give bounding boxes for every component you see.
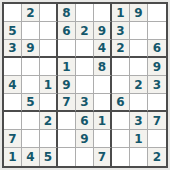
sudoku-cell-empty[interactable] xyxy=(112,112,130,130)
sudoku-cell-given: 8 xyxy=(58,4,76,22)
sudoku-cell-given: 1 xyxy=(40,76,58,94)
sudoku-cell-given: 7 xyxy=(4,130,22,148)
sudoku-cell-given: 6 xyxy=(76,112,94,130)
sudoku-cell-empty[interactable] xyxy=(22,76,40,94)
sudoku-cell-empty[interactable] xyxy=(4,94,22,112)
sudoku-cell-given: 3 xyxy=(76,94,94,112)
sudoku-cell-empty[interactable] xyxy=(22,112,40,130)
sudoku-cell-given: 2 xyxy=(40,112,58,130)
sudoku-cell-empty[interactable] xyxy=(94,4,112,22)
sudoku-cell-empty[interactable] xyxy=(130,58,148,76)
sudoku-cell-given: 3 xyxy=(4,40,22,58)
sudoku-cell-empty[interactable] xyxy=(76,58,94,76)
sudoku-cell-empty[interactable] xyxy=(22,58,40,76)
sudoku-cell-empty[interactable] xyxy=(130,22,148,40)
sudoku-cell-empty[interactable] xyxy=(112,76,130,94)
sudoku-cell-empty[interactable] xyxy=(58,40,76,58)
sudoku-board: 281956293394261894192357362613779114572 xyxy=(2,2,168,168)
sudoku-cell-empty[interactable] xyxy=(40,40,58,58)
sudoku-cell-given: 9 xyxy=(76,130,94,148)
sudoku-cell-given: 2 xyxy=(22,4,40,22)
sudoku-cell-given: 5 xyxy=(22,94,40,112)
sudoku-cell-empty[interactable] xyxy=(148,94,166,112)
sudoku-cell-empty[interactable] xyxy=(148,130,166,148)
sudoku-cell-given: 5 xyxy=(4,22,22,40)
sudoku-cell-empty[interactable] xyxy=(76,148,94,166)
sudoku-cell-empty[interactable] xyxy=(94,130,112,148)
sudoku-cell-given: 1 xyxy=(130,130,148,148)
sudoku-cell-given: 5 xyxy=(40,148,58,166)
sudoku-cell-given: 3 xyxy=(112,22,130,40)
sudoku-cell-given: 8 xyxy=(94,58,112,76)
sudoku-cell-given: 1 xyxy=(94,112,112,130)
sudoku-cell-empty[interactable] xyxy=(40,22,58,40)
sudoku-cell-empty[interactable] xyxy=(58,148,76,166)
sudoku-cell-given: 6 xyxy=(148,40,166,58)
sudoku-cell-given: 1 xyxy=(4,148,22,166)
sudoku-cell-given: 2 xyxy=(130,76,148,94)
sudoku-cell-empty[interactable] xyxy=(76,4,94,22)
sudoku-cell-given: 9 xyxy=(130,4,148,22)
sudoku-cell-given: 2 xyxy=(76,22,94,40)
sudoku-cell-given: 2 xyxy=(148,148,166,166)
sudoku-cell-given: 4 xyxy=(4,76,22,94)
sudoku-cell-empty[interactable] xyxy=(112,58,130,76)
sudoku-cell-given: 2 xyxy=(112,40,130,58)
sudoku-cell-empty[interactable] xyxy=(148,4,166,22)
sudoku-cell-empty[interactable] xyxy=(112,130,130,148)
sudoku-cell-empty[interactable] xyxy=(4,4,22,22)
sudoku-cell-empty[interactable] xyxy=(40,130,58,148)
sudoku-cell-given: 3 xyxy=(148,76,166,94)
sudoku-cell-empty[interactable] xyxy=(40,94,58,112)
sudoku-cell-empty[interactable] xyxy=(130,148,148,166)
sudoku-board-container: 281956293394261894192357362613779114572 xyxy=(2,2,168,168)
sudoku-cell-empty[interactable] xyxy=(148,22,166,40)
sudoku-cell-given: 9 xyxy=(22,40,40,58)
sudoku-cell-empty[interactable] xyxy=(4,112,22,130)
sudoku-cell-empty[interactable] xyxy=(76,40,94,58)
sudoku-cell-empty[interactable] xyxy=(4,58,22,76)
sudoku-cell-given: 4 xyxy=(94,40,112,58)
sudoku-cell-given: 3 xyxy=(130,112,148,130)
sudoku-cell-empty[interactable] xyxy=(40,4,58,22)
sudoku-cell-given: 1 xyxy=(58,58,76,76)
sudoku-cell-given: 9 xyxy=(148,58,166,76)
sudoku-cell-empty[interactable] xyxy=(94,76,112,94)
sudoku-cell-given: 4 xyxy=(22,148,40,166)
sudoku-cell-given: 6 xyxy=(58,22,76,40)
sudoku-cell-empty[interactable] xyxy=(112,148,130,166)
sudoku-cell-given: 7 xyxy=(148,112,166,130)
sudoku-cell-empty[interactable] xyxy=(76,76,94,94)
sudoku-cell-empty[interactable] xyxy=(130,40,148,58)
sudoku-cell-given: 7 xyxy=(94,148,112,166)
sudoku-cell-given: 9 xyxy=(58,76,76,94)
sudoku-cell-given: 6 xyxy=(112,94,130,112)
sudoku-cell-empty[interactable] xyxy=(58,112,76,130)
sudoku-cell-empty[interactable] xyxy=(130,94,148,112)
sudoku-cell-empty[interactable] xyxy=(22,130,40,148)
sudoku-cell-empty[interactable] xyxy=(94,94,112,112)
sudoku-cell-given: 7 xyxy=(58,94,76,112)
sudoku-cell-given: 9 xyxy=(94,22,112,40)
sudoku-cell-empty[interactable] xyxy=(40,58,58,76)
sudoku-cell-empty[interactable] xyxy=(58,130,76,148)
sudoku-cell-empty[interactable] xyxy=(22,22,40,40)
sudoku-cell-given: 1 xyxy=(112,4,130,22)
